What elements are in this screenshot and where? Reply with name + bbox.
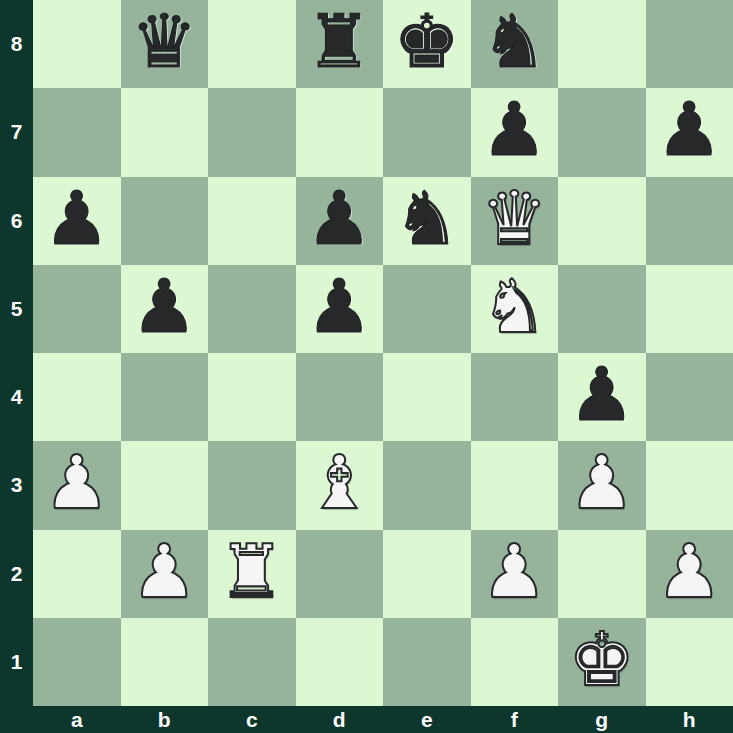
- square-f6[interactable]: ♛: [471, 177, 559, 265]
- square-f3[interactable]: [471, 441, 559, 529]
- square-e3[interactable]: [383, 441, 471, 529]
- square-a3[interactable]: ♟: [33, 441, 121, 529]
- rank-label-3: 3: [0, 441, 33, 529]
- square-d2[interactable]: [296, 530, 384, 618]
- square-g1[interactable]: ♚: [558, 618, 646, 706]
- square-d3[interactable]: ♝: [296, 441, 384, 529]
- square-g4[interactable]: ♟: [558, 353, 646, 441]
- square-a2[interactable]: [33, 530, 121, 618]
- square-b1[interactable]: [121, 618, 209, 706]
- square-f4[interactable]: [471, 353, 559, 441]
- square-e8[interactable]: ♚: [383, 0, 471, 88]
- square-e1[interactable]: [383, 618, 471, 706]
- black-pawn[interactable]: ♟: [131, 269, 197, 343]
- square-g7[interactable]: [558, 88, 646, 176]
- square-g2[interactable]: [558, 530, 646, 618]
- square-b3[interactable]: [121, 441, 209, 529]
- square-f5[interactable]: ♞: [471, 265, 559, 353]
- square-h8[interactable]: [646, 0, 733, 88]
- square-c8[interactable]: [208, 0, 296, 88]
- square-c5[interactable]: [208, 265, 296, 353]
- square-a5[interactable]: [33, 265, 121, 353]
- square-f8[interactable]: ♞: [471, 0, 559, 88]
- white-pawn[interactable]: ♟: [656, 534, 722, 608]
- square-c4[interactable]: [208, 353, 296, 441]
- square-b5[interactable]: ♟: [121, 265, 209, 353]
- square-b7[interactable]: [121, 88, 209, 176]
- black-queen[interactable]: ♛: [131, 4, 197, 78]
- square-h4[interactable]: [646, 353, 733, 441]
- white-pawn[interactable]: ♟: [569, 445, 635, 519]
- square-e4[interactable]: [383, 353, 471, 441]
- white-pawn[interactable]: ♟: [481, 534, 547, 608]
- square-c1[interactable]: [208, 618, 296, 706]
- rank-label-5: 5: [0, 265, 33, 353]
- file-label-d: d: [296, 706, 384, 733]
- file-label-a: a: [33, 706, 121, 733]
- chess-board: 8♛♜♚♞7♟♟6♟♟♞♛5♟♟♞4♟3♟♝♟2♟♜♟♟1♚abcdefgh: [0, 0, 733, 733]
- black-pawn[interactable]: ♟: [44, 181, 110, 255]
- black-pawn[interactable]: ♟: [481, 92, 547, 166]
- black-pawn[interactable]: ♟: [569, 357, 635, 431]
- white-bishop[interactable]: ♝: [306, 445, 372, 519]
- square-g5[interactable]: [558, 265, 646, 353]
- square-d8[interactable]: ♜: [296, 0, 384, 88]
- square-a8[interactable]: [33, 0, 121, 88]
- square-b2[interactable]: ♟: [121, 530, 209, 618]
- square-h5[interactable]: [646, 265, 733, 353]
- square-g6[interactable]: [558, 177, 646, 265]
- rank-label-4: 4: [0, 353, 33, 441]
- white-pawn[interactable]: ♟: [131, 534, 197, 608]
- square-a4[interactable]: [33, 353, 121, 441]
- rank-label-8: 8: [0, 0, 33, 88]
- square-b6[interactable]: [121, 177, 209, 265]
- square-c6[interactable]: [208, 177, 296, 265]
- square-e6[interactable]: ♞: [383, 177, 471, 265]
- rank-label-7: 7: [0, 88, 33, 176]
- square-c2[interactable]: ♜: [208, 530, 296, 618]
- white-king[interactable]: ♚: [569, 622, 635, 696]
- black-rook[interactable]: ♜: [306, 4, 372, 78]
- square-g3[interactable]: ♟: [558, 441, 646, 529]
- square-h3[interactable]: [646, 441, 733, 529]
- file-label-h: h: [646, 706, 733, 733]
- file-label-g: g: [558, 706, 646, 733]
- square-h2[interactable]: ♟: [646, 530, 733, 618]
- white-knight[interactable]: ♞: [481, 269, 547, 343]
- rank-label-2: 2: [0, 530, 33, 618]
- square-b4[interactable]: [121, 353, 209, 441]
- black-pawn[interactable]: ♟: [656, 92, 722, 166]
- file-label-c: c: [208, 706, 296, 733]
- black-knight[interactable]: ♞: [481, 4, 547, 78]
- square-d1[interactable]: [296, 618, 384, 706]
- square-f2[interactable]: ♟: [471, 530, 559, 618]
- black-pawn[interactable]: ♟: [306, 269, 372, 343]
- square-e7[interactable]: [383, 88, 471, 176]
- black-king[interactable]: ♚: [394, 4, 460, 78]
- square-h1[interactable]: [646, 618, 733, 706]
- black-pawn[interactable]: ♟: [306, 181, 372, 255]
- board-grid: 8♛♜♚♞7♟♟6♟♟♞♛5♟♟♞4♟3♟♝♟2♟♜♟♟1♚abcdefgh: [0, 0, 733, 733]
- square-f7[interactable]: ♟: [471, 88, 559, 176]
- white-queen[interactable]: ♛: [481, 181, 547, 255]
- square-a6[interactable]: ♟: [33, 177, 121, 265]
- white-pawn[interactable]: ♟: [44, 445, 110, 519]
- square-h7[interactable]: ♟: [646, 88, 733, 176]
- board-corner: [0, 706, 33, 733]
- square-c7[interactable]: [208, 88, 296, 176]
- square-f1[interactable]: [471, 618, 559, 706]
- square-b8[interactable]: ♛: [121, 0, 209, 88]
- square-e2[interactable]: [383, 530, 471, 618]
- rank-label-1: 1: [0, 618, 33, 706]
- square-g8[interactable]: [558, 0, 646, 88]
- square-e5[interactable]: [383, 265, 471, 353]
- file-label-e: e: [383, 706, 471, 733]
- file-label-b: b: [121, 706, 209, 733]
- square-c3[interactable]: [208, 441, 296, 529]
- square-a7[interactable]: [33, 88, 121, 176]
- rank-label-6: 6: [0, 177, 33, 265]
- square-d7[interactable]: [296, 88, 384, 176]
- square-d4[interactable]: [296, 353, 384, 441]
- square-d6[interactable]: ♟: [296, 177, 384, 265]
- square-a1[interactable]: [33, 618, 121, 706]
- white-rook[interactable]: ♜: [219, 534, 285, 608]
- file-label-f: f: [471, 706, 559, 733]
- black-knight[interactable]: ♞: [394, 181, 460, 255]
- square-h6[interactable]: [646, 177, 733, 265]
- square-d5[interactable]: ♟: [296, 265, 384, 353]
